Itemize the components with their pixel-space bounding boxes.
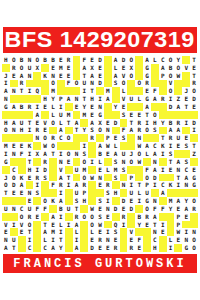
grid-cell: N bbox=[73, 150, 81, 158]
grid-cell bbox=[120, 189, 128, 197]
grid-cell: S bbox=[112, 228, 120, 236]
grid-cell: O bbox=[10, 174, 18, 182]
grid-cell: E bbox=[135, 111, 143, 119]
grid-cell: A bbox=[73, 119, 81, 127]
grid-cell bbox=[151, 80, 159, 88]
grid-cell: E bbox=[96, 64, 104, 72]
grid-cell: H bbox=[80, 197, 88, 205]
grid-cell: A bbox=[143, 103, 151, 111]
grid-cell: S bbox=[120, 166, 128, 174]
grid-cell: O bbox=[127, 56, 135, 64]
grid-cell: A bbox=[174, 197, 182, 205]
grid-cell bbox=[2, 134, 10, 142]
grid-cell: I bbox=[57, 228, 65, 236]
grid-cell bbox=[159, 80, 167, 88]
grid-cell: R bbox=[57, 181, 65, 189]
grid-cell: E bbox=[18, 228, 26, 236]
grid-cell: E bbox=[88, 56, 96, 64]
grid-cell: L bbox=[104, 166, 112, 174]
grid-cell bbox=[182, 80, 190, 88]
grid-cell bbox=[112, 111, 120, 119]
grid-cell: N bbox=[10, 205, 18, 213]
grid-cell: M bbox=[104, 87, 112, 95]
grid-cell: A bbox=[174, 127, 182, 135]
grid-cell: O bbox=[33, 56, 41, 64]
grid-cell bbox=[10, 95, 18, 103]
grid-cell bbox=[127, 103, 135, 111]
grid-cell bbox=[174, 111, 182, 119]
grid-cell bbox=[33, 244, 41, 252]
grid-cell: R bbox=[127, 244, 135, 252]
grid-cell bbox=[10, 213, 18, 221]
grid-cell bbox=[96, 189, 104, 197]
grid-cell: C bbox=[10, 166, 18, 174]
grid-cell: G bbox=[2, 158, 10, 166]
grid-cell: O bbox=[18, 213, 26, 221]
grid-cell: D bbox=[112, 205, 120, 213]
grid-cell bbox=[159, 103, 167, 111]
grid-cell: K bbox=[159, 142, 167, 150]
grid-cell: E bbox=[127, 197, 135, 205]
grid-cell: E bbox=[96, 228, 104, 236]
grid-cell: E bbox=[26, 174, 34, 182]
grid-cell: N bbox=[96, 103, 104, 111]
grid-cell: A bbox=[41, 228, 49, 236]
grid-cell bbox=[167, 111, 175, 119]
grid-cell bbox=[80, 119, 88, 127]
grid-cell bbox=[65, 189, 73, 197]
grid-cell bbox=[135, 166, 143, 174]
grid-cell: Y bbox=[80, 127, 88, 135]
grid-cell bbox=[2, 64, 10, 72]
grid-cell: I bbox=[174, 181, 182, 189]
grid-cell bbox=[41, 111, 49, 119]
grid-cell: R bbox=[18, 80, 26, 88]
grid-cell: F bbox=[151, 87, 159, 95]
grid-cell: A bbox=[2, 87, 10, 95]
grid-cell: O bbox=[127, 158, 135, 166]
grid-cell: A bbox=[159, 64, 167, 72]
grid-cell: L bbox=[49, 103, 57, 111]
grid-cell bbox=[143, 228, 151, 236]
grid-cell: O bbox=[127, 72, 135, 80]
grid-cell: Y bbox=[167, 205, 175, 213]
book-cover: BFS 1429207319 HOBNOBBERFEDADOALCOYTROUX… bbox=[0, 0, 200, 300]
grid-cell: I bbox=[167, 244, 175, 252]
grid-cell bbox=[65, 236, 73, 244]
grid-cell: I bbox=[159, 221, 167, 229]
grid-cell: V bbox=[57, 166, 65, 174]
grid-cell: A bbox=[151, 166, 159, 174]
grid-cell: E bbox=[49, 64, 57, 72]
grid-cell bbox=[120, 174, 128, 182]
grid-cell: G bbox=[143, 64, 151, 72]
grid-cell: N bbox=[57, 158, 65, 166]
grid-cell: I bbox=[57, 189, 65, 197]
grid-cell: W bbox=[88, 174, 96, 182]
grid-cell bbox=[104, 103, 112, 111]
grid-cell: D bbox=[96, 80, 104, 88]
grid-cell: T bbox=[26, 228, 34, 236]
grid-cell bbox=[135, 228, 143, 236]
grid-cell: O bbox=[143, 174, 151, 182]
grid-cell bbox=[104, 174, 112, 182]
grid-cell: S bbox=[96, 213, 104, 221]
grid-cell: R bbox=[26, 103, 34, 111]
grid-cell: I bbox=[80, 87, 88, 95]
grid-cell bbox=[26, 95, 34, 103]
author-name: FRANCIS GURTOWSKI bbox=[13, 258, 186, 270]
grid-cell: S bbox=[120, 134, 128, 142]
grid-cell: W bbox=[41, 142, 49, 150]
grid-cell: F bbox=[135, 236, 143, 244]
grid-cell: O bbox=[167, 72, 175, 80]
grid-cell: A bbox=[73, 181, 81, 189]
grid-cell: V bbox=[127, 228, 135, 236]
grid-cell: I bbox=[167, 142, 175, 150]
grid-cell bbox=[135, 205, 143, 213]
grid-cell: A bbox=[182, 174, 190, 182]
grid-cell: T bbox=[73, 127, 81, 135]
grid-cell: E bbox=[174, 205, 182, 213]
grid-cell: O bbox=[88, 213, 96, 221]
grid-cell: A bbox=[104, 95, 112, 103]
grid-cell: I bbox=[2, 150, 10, 158]
grid-cell bbox=[182, 72, 190, 80]
grid-cell bbox=[2, 111, 10, 119]
grid-cell bbox=[104, 80, 112, 88]
grid-cell: K bbox=[41, 72, 49, 80]
grid-cell bbox=[33, 95, 41, 103]
grid-cell: U bbox=[73, 189, 81, 197]
grid-cell: M bbox=[2, 142, 10, 150]
grid-cell: U bbox=[10, 236, 18, 244]
grid-cell: I bbox=[57, 103, 65, 111]
grid-cell: E bbox=[65, 158, 73, 166]
grid-cell bbox=[143, 134, 151, 142]
grid-cell: B bbox=[57, 205, 65, 213]
grid-cell: G bbox=[190, 181, 198, 189]
grid-cell: S bbox=[96, 197, 104, 205]
grid-cell: G bbox=[143, 197, 151, 205]
grid-cell: E bbox=[26, 197, 34, 205]
grid-cell bbox=[41, 64, 49, 72]
grid-cell: F bbox=[18, 150, 26, 158]
grid-cell: P bbox=[104, 134, 112, 142]
grid-cell: I bbox=[104, 228, 112, 236]
grid-cell: N bbox=[10, 127, 18, 135]
grid-cell: S bbox=[112, 158, 120, 166]
grid-cell: I bbox=[57, 150, 65, 158]
grid-cell: D bbox=[167, 103, 175, 111]
grid-cell: A bbox=[57, 174, 65, 182]
grid-cell: E bbox=[190, 103, 198, 111]
grid-cell: T bbox=[80, 72, 88, 80]
grid-cell: A bbox=[88, 119, 96, 127]
grid-cell: E bbox=[120, 64, 128, 72]
grid-cell: U bbox=[127, 189, 135, 197]
grid-cell: K bbox=[26, 142, 34, 150]
grid-cell: L bbox=[57, 221, 65, 229]
author-banner: FRANCIS GURTOWSKI bbox=[3, 254, 197, 273]
grid-cell: P bbox=[159, 72, 167, 80]
grid-cell: S bbox=[80, 150, 88, 158]
grid-cell bbox=[73, 142, 81, 150]
grid-cell: G bbox=[96, 111, 104, 119]
grid-cell: E bbox=[96, 205, 104, 213]
grid-cell: V bbox=[167, 80, 175, 88]
grid-cell: S bbox=[182, 158, 190, 166]
grid-cell: D bbox=[88, 244, 96, 252]
grid-cell bbox=[127, 221, 135, 229]
puzzle-grid: HOBNOBBERFEDADOALCOYTROUXEMEAXELEXGABOVE… bbox=[2, 56, 198, 252]
grid-cell: I bbox=[26, 127, 34, 135]
grid-cell: W bbox=[96, 221, 104, 229]
grid-cell: S bbox=[182, 142, 190, 150]
grid-cell: T bbox=[88, 87, 96, 95]
grid-cell: I bbox=[104, 197, 112, 205]
grid-cell: O bbox=[80, 158, 88, 166]
grid-cell: A bbox=[49, 244, 57, 252]
grid-cell: G bbox=[143, 95, 151, 103]
grid-cell bbox=[18, 197, 26, 205]
grid-cell bbox=[151, 72, 159, 80]
grid-cell: N bbox=[174, 166, 182, 174]
grid-cell: D bbox=[41, 166, 49, 174]
grid-cell bbox=[88, 150, 96, 158]
grid-cell: R bbox=[65, 56, 73, 64]
grid-cell: S bbox=[120, 111, 128, 119]
grid-cell bbox=[88, 181, 96, 189]
grid-cell: C bbox=[18, 205, 26, 213]
grid-cell bbox=[135, 174, 143, 182]
grid-cell: I bbox=[49, 236, 57, 244]
grid-cell: G bbox=[143, 72, 151, 80]
grid-cell bbox=[33, 236, 41, 244]
grid-cell bbox=[135, 56, 143, 64]
grid-cell: Y bbox=[159, 119, 167, 127]
grid-cell: I bbox=[26, 87, 34, 95]
grid-cell: L bbox=[41, 236, 49, 244]
grid-cell bbox=[49, 205, 57, 213]
grid-cell bbox=[80, 205, 88, 213]
grid-cell: E bbox=[18, 189, 26, 197]
grid-cell bbox=[41, 80, 49, 88]
grid-cell: A bbox=[57, 197, 65, 205]
grid-cell bbox=[65, 103, 73, 111]
grid-cell: N bbox=[10, 87, 18, 95]
grid-cell: U bbox=[127, 95, 135, 103]
grid-cell: B bbox=[41, 56, 49, 64]
grid-cell bbox=[33, 221, 41, 229]
grid-cell bbox=[143, 244, 151, 252]
grid-cell: T bbox=[65, 119, 73, 127]
grid-cell bbox=[127, 134, 135, 142]
grid-cell bbox=[80, 236, 88, 244]
grid-cell bbox=[65, 228, 73, 236]
grid-cell: V bbox=[120, 95, 128, 103]
grid-cell bbox=[88, 166, 96, 174]
grid-cell: A bbox=[57, 127, 65, 135]
grid-cell bbox=[57, 142, 65, 150]
grid-cell: T bbox=[18, 87, 26, 95]
grid-cell bbox=[159, 244, 167, 252]
grid-cell bbox=[65, 87, 73, 95]
grid-cell bbox=[18, 95, 26, 103]
grid-cell: T bbox=[190, 142, 198, 150]
grid-cell: M bbox=[49, 87, 57, 95]
grid-cell bbox=[120, 244, 128, 252]
grid-cell bbox=[112, 127, 120, 135]
grid-cell: O bbox=[80, 174, 88, 182]
grid-cell: E bbox=[143, 87, 151, 95]
grid-cell: D bbox=[120, 56, 128, 64]
grid-cell: Y bbox=[174, 56, 182, 64]
grid-cell: A bbox=[151, 213, 159, 221]
grid-cell: K bbox=[167, 181, 175, 189]
grid-cell: R bbox=[159, 95, 167, 103]
grid-cell: Y bbox=[57, 244, 65, 252]
grid-cell: O bbox=[65, 134, 73, 142]
grid-cell bbox=[135, 103, 143, 111]
grid-cell: B bbox=[18, 56, 26, 64]
grid-cell: A bbox=[33, 111, 41, 119]
grid-cell bbox=[80, 244, 88, 252]
grid-cell: A bbox=[65, 95, 73, 103]
grid-cell: I bbox=[65, 221, 73, 229]
grid-cell bbox=[2, 197, 10, 205]
grid-cell: D bbox=[112, 119, 120, 127]
grid-cell: T bbox=[10, 244, 18, 252]
grid-cell: R bbox=[112, 244, 120, 252]
grid-cell: E bbox=[73, 103, 81, 111]
grid-cell bbox=[2, 166, 10, 174]
grid-cell: S bbox=[73, 197, 81, 205]
grid-cell bbox=[65, 244, 73, 252]
grid-cell bbox=[151, 64, 159, 72]
grid-cell bbox=[104, 56, 112, 64]
grid-cell: N bbox=[104, 205, 112, 213]
grid-cell: N bbox=[120, 181, 128, 189]
grid-cell: L bbox=[112, 64, 120, 72]
grid-cell bbox=[80, 221, 88, 229]
grid-cell bbox=[73, 72, 81, 80]
grid-cell: T bbox=[2, 189, 10, 197]
grid-cell bbox=[127, 80, 135, 88]
grid-cell: E bbox=[182, 134, 190, 142]
grid-cell bbox=[127, 166, 135, 174]
grid-cell: L bbox=[88, 228, 96, 236]
grid-cell: N bbox=[120, 158, 128, 166]
grid-cell: O bbox=[96, 127, 104, 135]
grid-cell: I bbox=[151, 181, 159, 189]
grid-cell: E bbox=[18, 142, 26, 150]
grid-cell: R bbox=[41, 158, 49, 166]
grid-cell: T bbox=[174, 174, 182, 182]
grid-cell: A bbox=[112, 72, 120, 80]
grid-cell bbox=[167, 174, 175, 182]
grid-cell: T bbox=[80, 95, 88, 103]
grid-cell: E bbox=[112, 236, 120, 244]
grid-cell: L bbox=[57, 119, 65, 127]
grid-cell: O bbox=[49, 80, 57, 88]
grid-cell bbox=[159, 197, 167, 205]
grid-cell: B bbox=[49, 56, 57, 64]
grid-cell: O bbox=[80, 213, 88, 221]
grid-cell: Y bbox=[49, 95, 57, 103]
grid-cell: U bbox=[174, 134, 182, 142]
grid-cell: O bbox=[143, 205, 151, 213]
grid-cell bbox=[88, 197, 96, 205]
grid-cell: J bbox=[127, 150, 135, 158]
grid-cell: C bbox=[151, 142, 159, 150]
grid-cell: U bbox=[57, 111, 65, 119]
grid-cell bbox=[159, 236, 167, 244]
grid-cell bbox=[10, 111, 18, 119]
grid-cell: C bbox=[26, 244, 34, 252]
grid-cell: A bbox=[151, 150, 159, 158]
grid-cell bbox=[26, 134, 34, 142]
grid-cell bbox=[73, 134, 81, 142]
grid-cell: E bbox=[143, 221, 151, 229]
grid-cell bbox=[151, 134, 159, 142]
grid-cell: A bbox=[49, 213, 57, 221]
grid-cell: A bbox=[73, 244, 81, 252]
grid-cell: A bbox=[167, 127, 175, 135]
grid-cell: Y bbox=[112, 103, 120, 111]
grid-cell bbox=[88, 189, 96, 197]
grid-cell: A bbox=[18, 181, 26, 189]
grid-cell: Y bbox=[182, 197, 190, 205]
grid-cell: I bbox=[26, 150, 34, 158]
grid-cell: O bbox=[26, 221, 34, 229]
grid-cell: X bbox=[88, 64, 96, 72]
grid-cell: R bbox=[135, 119, 143, 127]
grid-cell: R bbox=[143, 213, 151, 221]
grid-cell bbox=[49, 166, 57, 174]
grid-cell: M bbox=[49, 228, 57, 236]
grid-cell: R bbox=[190, 80, 198, 88]
grid-cell: H bbox=[151, 244, 159, 252]
grid-cell bbox=[49, 158, 57, 166]
grid-cell: W bbox=[135, 158, 143, 166]
grid-cell: L bbox=[120, 87, 128, 95]
grid-cell bbox=[10, 197, 18, 205]
grid-cell: I bbox=[80, 142, 88, 150]
grid-cell bbox=[104, 72, 112, 80]
grid-cell bbox=[10, 158, 18, 166]
grid-cell: L bbox=[112, 142, 120, 150]
grid-cell: E bbox=[2, 228, 10, 236]
grid-cell bbox=[190, 158, 198, 166]
grid-cell: U bbox=[26, 205, 34, 213]
grid-cell bbox=[26, 181, 34, 189]
grid-cell: A bbox=[182, 205, 190, 213]
grid-cell: E bbox=[96, 166, 104, 174]
grid-cell bbox=[10, 228, 18, 236]
grid-cell: X bbox=[96, 119, 104, 127]
grid-cell: F bbox=[49, 181, 57, 189]
grid-cell: H bbox=[88, 95, 96, 103]
grid-cell: O bbox=[190, 244, 198, 252]
title-banner: BFS 1429207319 bbox=[3, 27, 197, 53]
grid-cell bbox=[57, 80, 65, 88]
grid-cell: N bbox=[88, 80, 96, 88]
grid-cell bbox=[33, 228, 41, 236]
grid-cell bbox=[159, 111, 167, 119]
grid-cell: F bbox=[80, 56, 88, 64]
grid-cell bbox=[112, 95, 120, 103]
